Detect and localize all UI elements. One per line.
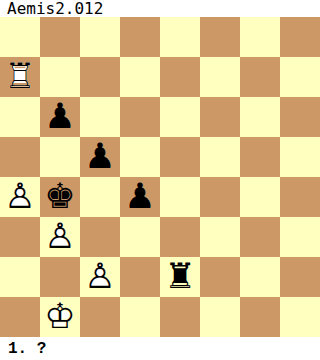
square-a6[interactable] — [0, 97, 40, 137]
square-g2[interactable] — [240, 257, 280, 297]
square-a5[interactable] — [0, 137, 40, 177]
square-e8[interactable] — [160, 17, 200, 57]
square-b7[interactable] — [40, 57, 80, 97]
square-h5[interactable] — [280, 137, 320, 177]
square-e4[interactable] — [160, 177, 200, 217]
square-a4[interactable]: ♟♙ — [0, 177, 40, 217]
square-h7[interactable] — [280, 57, 320, 97]
square-g1[interactable] — [240, 297, 280, 337]
piece-white-pawn: ♟♙ — [80, 257, 120, 297]
square-f8[interactable] — [200, 17, 240, 57]
square-b3[interactable]: ♟♙ — [40, 217, 80, 257]
square-a3[interactable] — [0, 217, 40, 257]
square-c4[interactable] — [80, 177, 120, 217]
white-rook-outline: ♖ — [0, 57, 40, 97]
square-d4[interactable]: ♟ — [120, 177, 160, 217]
square-c3[interactable] — [80, 217, 120, 257]
square-b1[interactable]: ♚♔ — [40, 297, 80, 337]
square-f3[interactable] — [200, 217, 240, 257]
square-d3[interactable] — [120, 217, 160, 257]
square-g3[interactable] — [240, 217, 280, 257]
square-g5[interactable] — [240, 137, 280, 177]
square-c5[interactable]: ♟ — [80, 137, 120, 177]
square-d8[interactable] — [120, 17, 160, 57]
square-e1[interactable] — [160, 297, 200, 337]
black-king-glyph: ♚ — [40, 177, 80, 217]
square-e2[interactable]: ♜ — [160, 257, 200, 297]
square-a1[interactable] — [0, 297, 40, 337]
square-f4[interactable] — [200, 177, 240, 217]
square-b2[interactable] — [40, 257, 80, 297]
white-king-outline: ♔ — [40, 297, 80, 337]
square-f1[interactable] — [200, 297, 240, 337]
square-d6[interactable] — [120, 97, 160, 137]
square-g8[interactable] — [240, 17, 280, 57]
square-g6[interactable] — [240, 97, 280, 137]
square-b5[interactable] — [40, 137, 80, 177]
square-h6[interactable] — [280, 97, 320, 137]
black-rook-glyph: ♜ — [160, 257, 200, 297]
square-g4[interactable] — [240, 177, 280, 217]
square-f7[interactable] — [200, 57, 240, 97]
square-e6[interactable] — [160, 97, 200, 137]
white-pawn-outline: ♙ — [80, 257, 120, 297]
square-f5[interactable] — [200, 137, 240, 177]
piece-black-pawn: ♟ — [80, 137, 120, 177]
square-f6[interactable] — [200, 97, 240, 137]
piece-black-king: ♚ — [40, 177, 80, 217]
square-b8[interactable] — [40, 17, 80, 57]
square-b4[interactable]: ♚ — [40, 177, 80, 217]
square-h1[interactable] — [280, 297, 320, 337]
square-h8[interactable] — [280, 17, 320, 57]
piece-white-pawn: ♟♙ — [0, 177, 40, 217]
square-h3[interactable] — [280, 217, 320, 257]
puzzle-title: Aemis2.012 — [0, 0, 320, 17]
piece-black-pawn: ♟ — [120, 177, 160, 217]
square-a2[interactable] — [0, 257, 40, 297]
square-c1[interactable] — [80, 297, 120, 337]
piece-white-rook: ♜♖ — [0, 57, 40, 97]
square-d7[interactable] — [120, 57, 160, 97]
square-d5[interactable] — [120, 137, 160, 177]
square-c7[interactable] — [80, 57, 120, 97]
square-f2[interactable] — [200, 257, 240, 297]
white-pawn-outline: ♙ — [0, 177, 40, 217]
square-a7[interactable]: ♜♖ — [0, 57, 40, 97]
white-pawn-outline: ♙ — [40, 217, 80, 257]
black-pawn-glyph: ♟ — [120, 177, 160, 217]
square-c6[interactable] — [80, 97, 120, 137]
piece-white-pawn: ♟♙ — [40, 217, 80, 257]
square-d1[interactable] — [120, 297, 160, 337]
square-b6[interactable]: ♟ — [40, 97, 80, 137]
move-prompt: 1. ? — [0, 337, 320, 360]
square-h2[interactable] — [280, 257, 320, 297]
square-c8[interactable] — [80, 17, 120, 57]
black-pawn-glyph: ♟ — [80, 137, 120, 177]
square-a8[interactable] — [0, 17, 40, 57]
square-g7[interactable] — [240, 57, 280, 97]
chess-board: ♜♖♟♟♟♙♚♟♟♙♟♙♜♚♔ — [0, 17, 320, 337]
square-d2[interactable] — [120, 257, 160, 297]
square-e5[interactable] — [160, 137, 200, 177]
square-c2[interactable]: ♟♙ — [80, 257, 120, 297]
square-h4[interactable] — [280, 177, 320, 217]
square-e7[interactable] — [160, 57, 200, 97]
piece-black-rook: ♜ — [160, 257, 200, 297]
square-e3[interactable] — [160, 217, 200, 257]
piece-white-king: ♚♔ — [40, 297, 80, 337]
black-pawn-glyph: ♟ — [40, 97, 80, 137]
piece-black-pawn: ♟ — [40, 97, 80, 137]
